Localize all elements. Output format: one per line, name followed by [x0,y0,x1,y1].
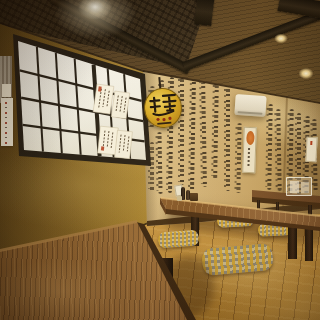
sign-kanji-emblem [142,86,183,129]
calligraphy-column [276,109,281,191]
calligraphy-column [201,77,207,187]
downlight-icon [272,32,290,45]
scroll-figure [246,131,254,145]
downlight-icon [296,66,316,81]
calligraphy-column [150,142,154,192]
left-menu-card [2,84,11,97]
calligraphy-column [213,81,219,179]
izakaya-interior-photo [0,0,320,320]
round-gold-sign [142,86,183,129]
calligraphy-column [157,132,162,194]
floor-cushion [157,230,199,249]
acrylic-menu-stand [286,177,312,196]
wall-card [305,137,317,163]
ceiling-beam [278,0,320,19]
calligraphy-column [267,104,273,190]
calligraphy-column [236,123,241,193]
calligraphy-column [190,73,196,195]
left-menu-card [1,98,13,146]
ceiling-beam [194,0,215,26]
condiment-set [173,183,201,203]
calligraphy-column [226,85,230,191]
ac-vent [237,111,262,115]
air-conditioner [234,94,266,117]
scroll-text [247,148,250,168]
hanging-scroll [242,127,257,173]
